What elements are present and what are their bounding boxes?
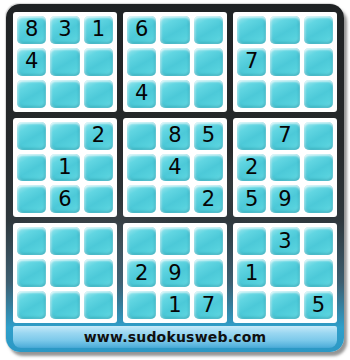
cell-r1c8[interactable] <box>270 16 299 44</box>
cell-r6c6[interactable]: 2 <box>194 185 223 213</box>
cell-r5c4[interactable] <box>127 154 156 182</box>
cell-r9c5[interactable]: 1 <box>160 291 189 319</box>
cell-r1c2[interactable]: 3 <box>50 16 79 44</box>
cell-r8c5[interactable]: 9 <box>160 259 189 287</box>
box-2-2: 8542 <box>123 118 227 218</box>
cell-r9c8[interactable] <box>270 291 299 319</box>
cell-r3c9[interactable] <box>304 80 333 108</box>
cell-r1c6[interactable] <box>194 16 223 44</box>
cell-r5c9[interactable] <box>304 154 333 182</box>
cell-r4c8[interactable]: 7 <box>270 122 299 150</box>
cell-r6c7[interactable]: 5 <box>237 185 266 213</box>
cell-r7c7[interactable] <box>237 227 266 255</box>
cell-r9c4[interactable] <box>127 291 156 319</box>
cell-r2c8[interactable] <box>270 48 299 76</box>
cell-r2c7[interactable]: 7 <box>237 48 266 76</box>
footer-band: www.sudokusweb.com <box>13 326 337 348</box>
cell-r9c3[interactable] <box>84 291 113 319</box>
cell-r7c2[interactable] <box>50 227 79 255</box>
cell-r4c2[interactable] <box>50 122 79 150</box>
cell-r8c3[interactable] <box>84 259 113 287</box>
cell-r2c9[interactable] <box>304 48 333 76</box>
cell-r7c8[interactable]: 3 <box>270 227 299 255</box>
box-3-1 <box>13 223 117 323</box>
cell-r1c5[interactable] <box>160 16 189 44</box>
cell-r5c1[interactable] <box>17 154 46 182</box>
cell-r7c9[interactable] <box>304 227 333 255</box>
cell-r9c9[interactable]: 5 <box>304 291 333 319</box>
cell-r1c3[interactable]: 1 <box>84 16 113 44</box>
cell-r7c1[interactable] <box>17 227 46 255</box>
cell-r4c7[interactable] <box>237 122 266 150</box>
cell-r4c3[interactable]: 2 <box>84 122 113 150</box>
cell-r6c2[interactable]: 6 <box>50 185 79 213</box>
cell-r3c3[interactable] <box>84 80 113 108</box>
cell-r6c1[interactable] <box>17 185 46 213</box>
cell-r6c5[interactable] <box>160 185 189 213</box>
cell-r2c3[interactable] <box>84 48 113 76</box>
cell-r9c7[interactable] <box>237 291 266 319</box>
cell-r4c9[interactable] <box>304 122 333 150</box>
box-1-2: 64 <box>123 12 227 112</box>
cell-r8c7[interactable]: 1 <box>237 259 266 287</box>
cell-r1c9[interactable] <box>304 16 333 44</box>
box-3-2: 2917 <box>123 223 227 323</box>
cell-r5c8[interactable] <box>270 154 299 182</box>
cell-r5c7[interactable]: 2 <box>237 154 266 182</box>
cell-r4c5[interactable]: 8 <box>160 122 189 150</box>
cell-r6c4[interactable] <box>127 185 156 213</box>
cell-r8c8[interactable] <box>270 259 299 287</box>
cell-r7c6[interactable] <box>194 227 223 255</box>
cell-r1c7[interactable] <box>237 16 266 44</box>
cell-r3c4[interactable]: 4 <box>127 80 156 108</box>
cell-r7c5[interactable] <box>160 227 189 255</box>
cell-r6c9[interactable] <box>304 185 333 213</box>
cell-r3c5[interactable] <box>160 80 189 108</box>
cell-r8c2[interactable] <box>50 259 79 287</box>
cell-r6c8[interactable]: 9 <box>270 185 299 213</box>
cell-r4c1[interactable] <box>17 122 46 150</box>
cell-r8c6[interactable] <box>194 259 223 287</box>
box-1-3: 7 <box>233 12 337 112</box>
cell-r1c4[interactable]: 6 <box>127 16 156 44</box>
cell-r2c2[interactable] <box>50 48 79 76</box>
cell-r9c6[interactable]: 7 <box>194 291 223 319</box>
cell-r9c2[interactable] <box>50 291 79 319</box>
cell-r6c3[interactable] <box>84 185 113 213</box>
box-2-3: 7259 <box>233 118 337 218</box>
website-link[interactable]: www.sudokusweb.com <box>84 329 267 345</box>
cell-r2c4[interactable] <box>127 48 156 76</box>
sudoku-board-frame: 8314647216854272592917315 www.sudokusweb… <box>6 4 344 352</box>
cell-r3c6[interactable] <box>194 80 223 108</box>
sudoku-board: 8314647216854272592917315 <box>13 12 337 323</box>
cell-r4c4[interactable] <box>127 122 156 150</box>
cell-r2c6[interactable] <box>194 48 223 76</box>
cell-r5c5[interactable]: 4 <box>160 154 189 182</box>
cell-r2c5[interactable] <box>160 48 189 76</box>
cell-r8c4[interactable]: 2 <box>127 259 156 287</box>
cell-r8c9[interactable] <box>304 259 333 287</box>
cell-r1c1[interactable]: 8 <box>17 16 46 44</box>
cell-r4c6[interactable]: 5 <box>194 122 223 150</box>
box-2-1: 216 <box>13 118 117 218</box>
cell-r3c2[interactable] <box>50 80 79 108</box>
cell-r2c1[interactable]: 4 <box>17 48 46 76</box>
box-3-3: 315 <box>233 223 337 323</box>
cell-r3c1[interactable] <box>17 80 46 108</box>
cell-r5c3[interactable] <box>84 154 113 182</box>
box-1-1: 8314 <box>13 12 117 112</box>
cell-r8c1[interactable] <box>17 259 46 287</box>
cell-r3c8[interactable] <box>270 80 299 108</box>
cell-r5c6[interactable] <box>194 154 223 182</box>
cell-r3c7[interactable] <box>237 80 266 108</box>
cell-r5c2[interactable]: 1 <box>50 154 79 182</box>
cell-r7c3[interactable] <box>84 227 113 255</box>
cell-r7c4[interactable] <box>127 227 156 255</box>
page-background: 8314647216854272592917315 www.sudokusweb… <box>0 0 350 360</box>
cell-r9c1[interactable] <box>17 291 46 319</box>
